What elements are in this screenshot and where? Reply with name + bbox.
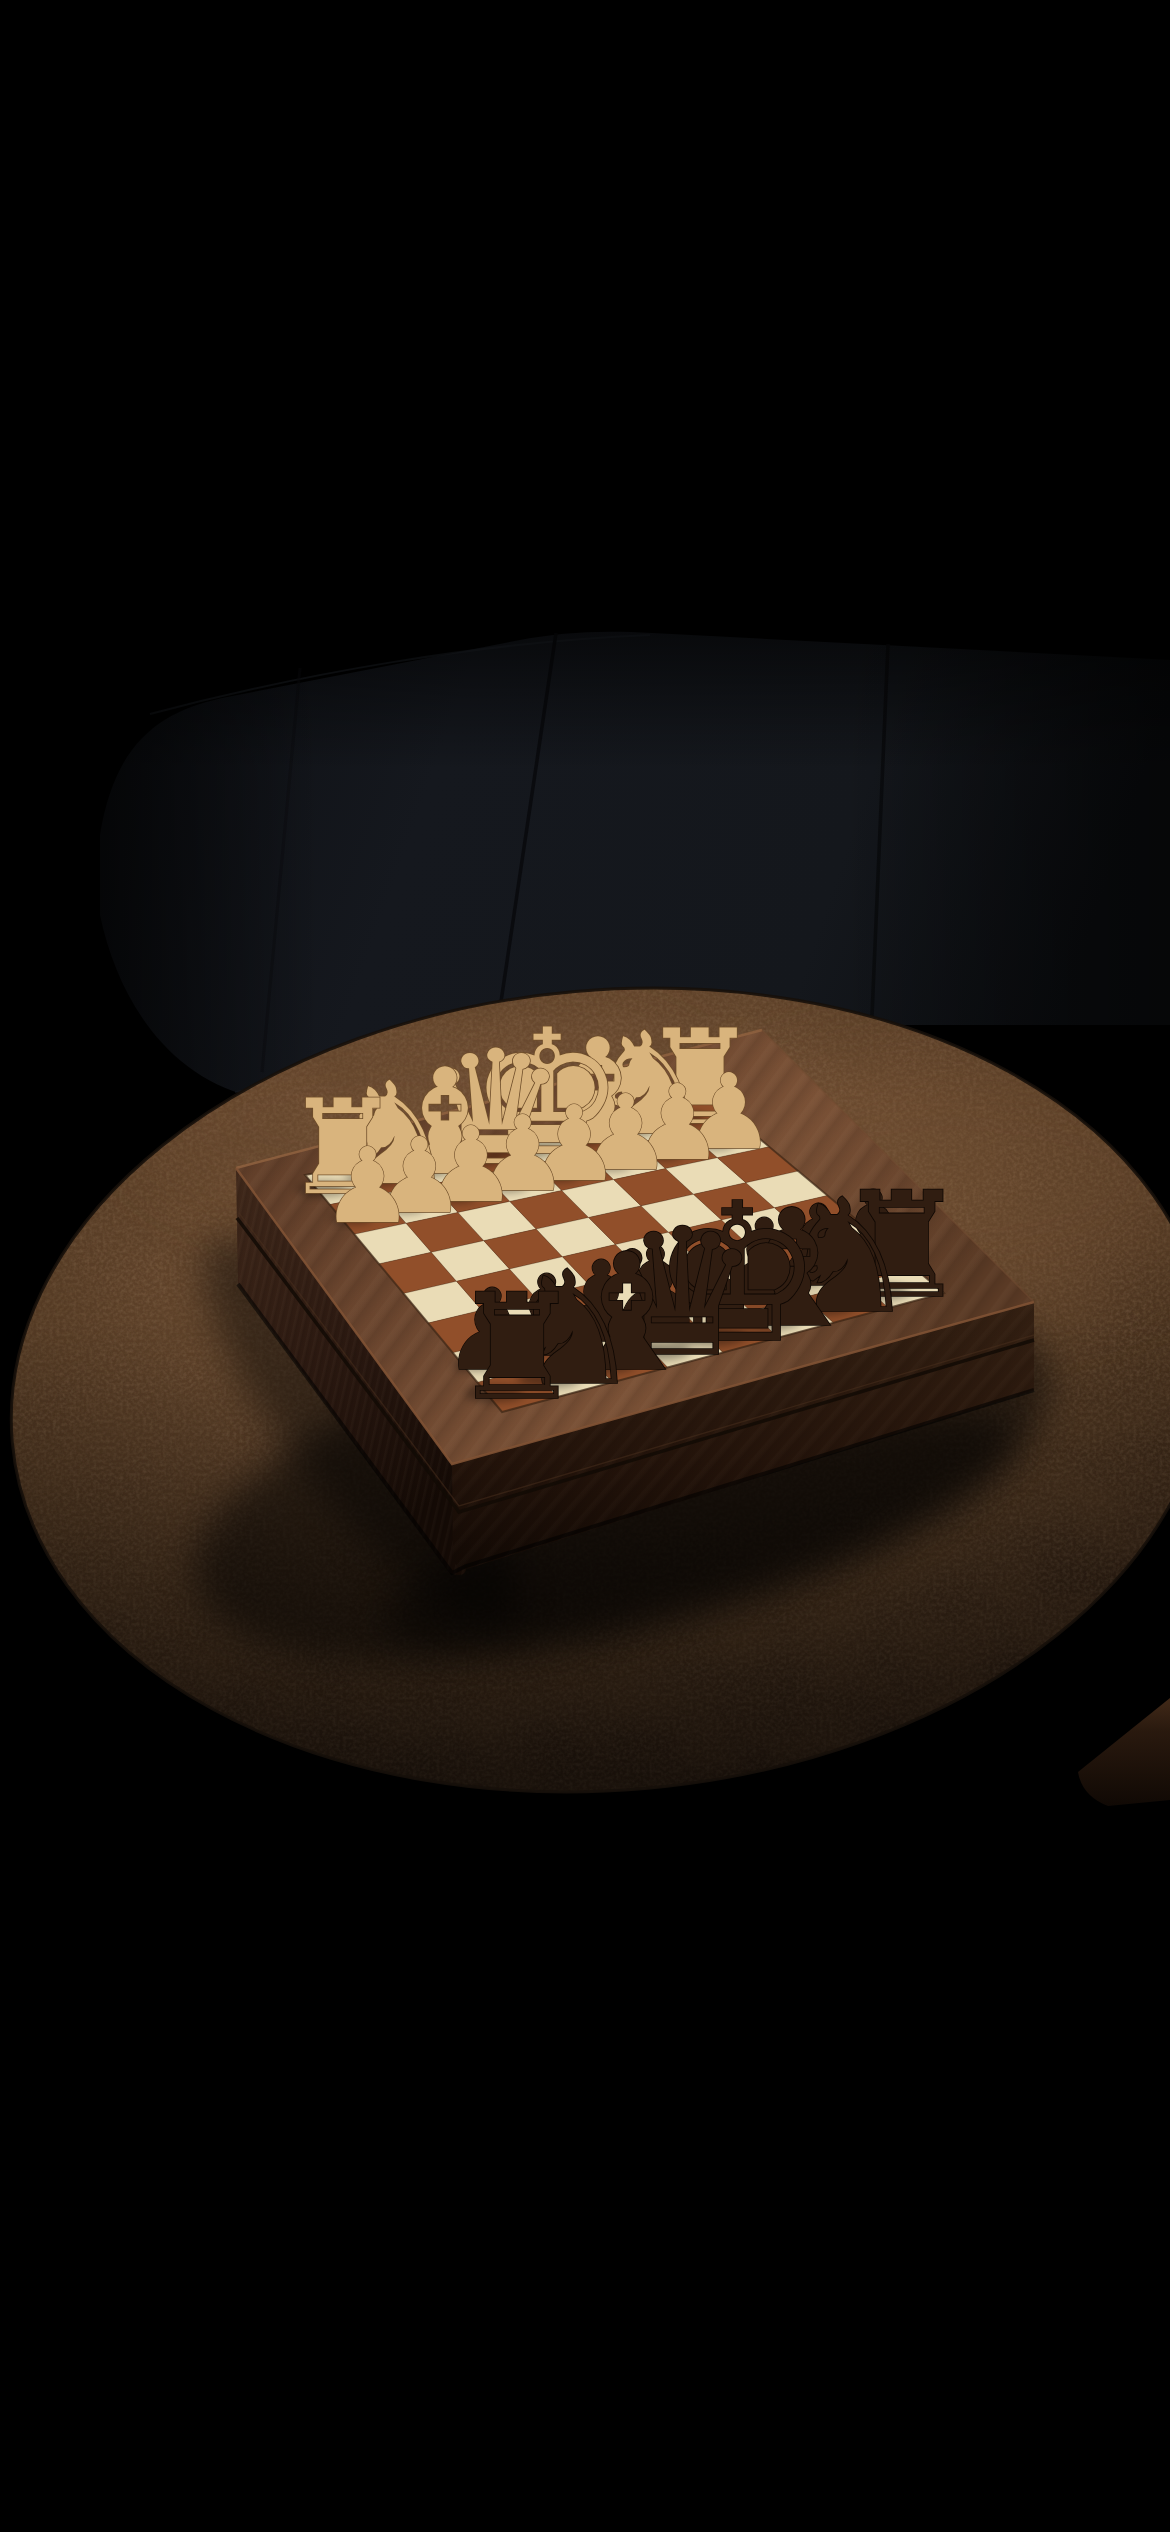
sofa-fade-left	[0, 560, 320, 1140]
scene-photo: ♜♞♝♟♚♟♛♟♝♟♞♟♜♟♟♟♟♟♜♟♞♟♝♟♚♟♛♟♟♝♞♜	[0, 0, 1170, 2532]
piece-white-pawn-h2: ♟	[321, 1125, 414, 1247]
piece-black-rook-h8: ♜	[452, 1262, 583, 1432]
